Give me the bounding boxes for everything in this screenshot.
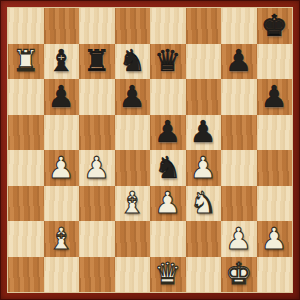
- square-a3[interactable]: [8, 186, 44, 222]
- black-bishop[interactable]: ♝: [44, 44, 80, 80]
- square-f5[interactable]: ♟: [186, 115, 222, 151]
- square-b5[interactable]: [44, 115, 80, 151]
- square-b8[interactable]: [44, 8, 80, 44]
- square-g8[interactable]: [221, 8, 257, 44]
- square-e7[interactable]: ♛: [150, 44, 186, 80]
- white-bishop[interactable]: ♝: [115, 186, 151, 222]
- square-c1[interactable]: [79, 257, 115, 293]
- square-f1[interactable]: [186, 257, 222, 293]
- square-c5[interactable]: [79, 115, 115, 151]
- square-g7[interactable]: ♟: [221, 44, 257, 80]
- square-f2[interactable]: [186, 221, 222, 257]
- square-h4[interactable]: [257, 150, 293, 186]
- square-c4[interactable]: ♟: [79, 150, 115, 186]
- white-pawn[interactable]: ♟: [44, 150, 80, 186]
- black-knight[interactable]: ♞: [150, 150, 186, 186]
- square-g1[interactable]: ♚: [221, 257, 257, 293]
- square-a7[interactable]: ♜: [8, 44, 44, 80]
- square-g4[interactable]: [221, 150, 257, 186]
- white-rook[interactable]: ♜: [8, 44, 44, 80]
- square-e8[interactable]: [150, 8, 186, 44]
- square-e6[interactable]: [150, 79, 186, 115]
- square-f7[interactable]: [186, 44, 222, 80]
- white-pawn[interactable]: ♟: [257, 221, 293, 257]
- white-pawn[interactable]: ♟: [186, 150, 222, 186]
- black-queen[interactable]: ♛: [150, 44, 186, 80]
- square-g3[interactable]: [221, 186, 257, 222]
- black-pawn[interactable]: ♟: [44, 79, 80, 115]
- square-a8[interactable]: [8, 8, 44, 44]
- square-d5[interactable]: [115, 115, 151, 151]
- square-f4[interactable]: ♟: [186, 150, 222, 186]
- square-h7[interactable]: [257, 44, 293, 80]
- square-b3[interactable]: [44, 186, 80, 222]
- square-c6[interactable]: [79, 79, 115, 115]
- square-h6[interactable]: ♟: [257, 79, 293, 115]
- square-a1[interactable]: [8, 257, 44, 293]
- square-f6[interactable]: [186, 79, 222, 115]
- square-d4[interactable]: [115, 150, 151, 186]
- square-c3[interactable]: [79, 186, 115, 222]
- square-a2[interactable]: [8, 221, 44, 257]
- square-b6[interactable]: ♟: [44, 79, 80, 115]
- black-pawn[interactable]: ♟: [221, 44, 257, 80]
- square-h5[interactable]: [257, 115, 293, 151]
- chess-board-frame: ♚♜♝♜♞♛♟♟♟♟♟♟♟♟♞♟♝♟♞♝♟♟♛♚: [0, 0, 300, 300]
- square-h8[interactable]: ♚: [257, 8, 293, 44]
- square-h1[interactable]: [257, 257, 293, 293]
- square-c2[interactable]: [79, 221, 115, 257]
- white-knight[interactable]: ♞: [186, 186, 222, 222]
- square-a5[interactable]: [8, 115, 44, 151]
- square-h3[interactable]: [257, 186, 293, 222]
- square-d8[interactable]: [115, 8, 151, 44]
- white-pawn[interactable]: ♟: [221, 221, 257, 257]
- square-a6[interactable]: [8, 79, 44, 115]
- square-f3[interactable]: ♞: [186, 186, 222, 222]
- square-b1[interactable]: [44, 257, 80, 293]
- square-h2[interactable]: ♟: [257, 221, 293, 257]
- white-king[interactable]: ♚: [221, 257, 257, 293]
- square-c8[interactable]: [79, 8, 115, 44]
- square-f8[interactable]: [186, 8, 222, 44]
- black-knight[interactable]: ♞: [115, 44, 151, 80]
- white-pawn[interactable]: ♟: [79, 150, 115, 186]
- chess-board: ♚♜♝♜♞♛♟♟♟♟♟♟♟♟♞♟♝♟♞♝♟♟♛♚: [8, 8, 292, 292]
- square-c7[interactable]: ♜: [79, 44, 115, 80]
- black-pawn[interactable]: ♟: [150, 115, 186, 151]
- square-e1[interactable]: ♛: [150, 257, 186, 293]
- white-queen[interactable]: ♛: [150, 257, 186, 293]
- square-d3[interactable]: ♝: [115, 186, 151, 222]
- black-pawn[interactable]: ♟: [257, 79, 293, 115]
- square-g6[interactable]: [221, 79, 257, 115]
- square-b7[interactable]: ♝: [44, 44, 80, 80]
- black-pawn[interactable]: ♟: [186, 115, 222, 151]
- white-bishop[interactable]: ♝: [44, 221, 80, 257]
- square-e5[interactable]: ♟: [150, 115, 186, 151]
- black-king[interactable]: ♚: [257, 8, 293, 44]
- square-g5[interactable]: [221, 115, 257, 151]
- black-rook[interactable]: ♜: [79, 44, 115, 80]
- square-e3[interactable]: ♟: [150, 186, 186, 222]
- square-d6[interactable]: ♟: [115, 79, 151, 115]
- square-d2[interactable]: [115, 221, 151, 257]
- square-a4[interactable]: [8, 150, 44, 186]
- black-pawn[interactable]: ♟: [115, 79, 151, 115]
- square-b2[interactable]: ♝: [44, 221, 80, 257]
- square-d7[interactable]: ♞: [115, 44, 151, 80]
- white-pawn[interactable]: ♟: [150, 186, 186, 222]
- square-g2[interactable]: ♟: [221, 221, 257, 257]
- square-e2[interactable]: [150, 221, 186, 257]
- square-b4[interactable]: ♟: [44, 150, 80, 186]
- square-d1[interactable]: [115, 257, 151, 293]
- square-e4[interactable]: ♞: [150, 150, 186, 186]
